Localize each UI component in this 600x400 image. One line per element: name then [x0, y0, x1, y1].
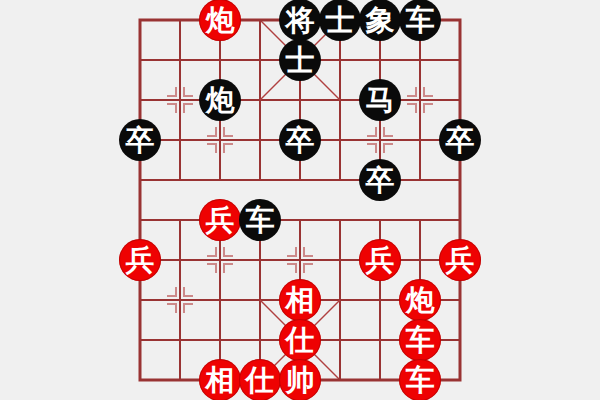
piece-red-pawn[interactable]: 兵 [359, 239, 401, 281]
piece-black-advisor[interactable]: 士 [279, 39, 321, 81]
piece-black-cannon[interactable]: 炮 [199, 79, 241, 121]
piece-black-chariot[interactable]: 车 [239, 199, 281, 241]
pieces-layer: 炮将士象车士炮马卒卒卒卒兵车兵兵兵相炮仕车相仕帅车 [0, 0, 600, 400]
piece-black-elephant[interactable]: 象 [359, 0, 401, 41]
piece-black-pawn[interactable]: 卒 [119, 119, 161, 161]
xiangqi-board: 炮将士象车士炮马卒卒卒卒兵车兵兵兵相炮仕车相仕帅车 [0, 0, 600, 400]
piece-red-advisor[interactable]: 仕 [239, 359, 281, 400]
piece-red-chariot[interactable]: 车 [399, 359, 441, 400]
piece-black-pawn[interactable]: 卒 [279, 119, 321, 161]
piece-red-elephant[interactable]: 相 [199, 359, 241, 400]
piece-red-pawn[interactable]: 兵 [119, 239, 161, 281]
piece-red-chariot[interactable]: 车 [399, 319, 441, 361]
piece-black-advisor[interactable]: 士 [319, 0, 361, 41]
piece-black-pawn[interactable]: 卒 [439, 119, 481, 161]
piece-black-general[interactable]: 将 [279, 0, 321, 41]
piece-red-elephant[interactable]: 相 [279, 279, 321, 321]
piece-red-advisor[interactable]: 仕 [279, 319, 321, 361]
piece-black-pawn[interactable]: 卒 [359, 159, 401, 201]
piece-red-cannon[interactable]: 炮 [199, 0, 241, 41]
piece-red-general[interactable]: 帅 [279, 359, 321, 400]
piece-red-pawn[interactable]: 兵 [439, 239, 481, 281]
piece-red-cannon[interactable]: 炮 [399, 279, 441, 321]
piece-red-pawn[interactable]: 兵 [199, 199, 241, 241]
piece-black-chariot[interactable]: 车 [399, 0, 441, 41]
piece-black-horse[interactable]: 马 [359, 79, 401, 121]
